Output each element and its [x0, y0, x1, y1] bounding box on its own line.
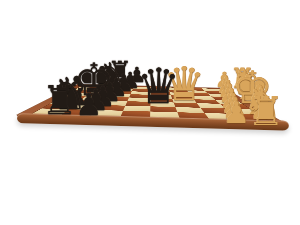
chess-board — [0, 0, 300, 225]
chess-set-photo: ♜♞♝♚♝♞♜♟♟♟♟♟♟♟♟♛♛♟♟♟♟♟♟♟♟♜♞♝♚♝♞♜ — [0, 0, 300, 225]
